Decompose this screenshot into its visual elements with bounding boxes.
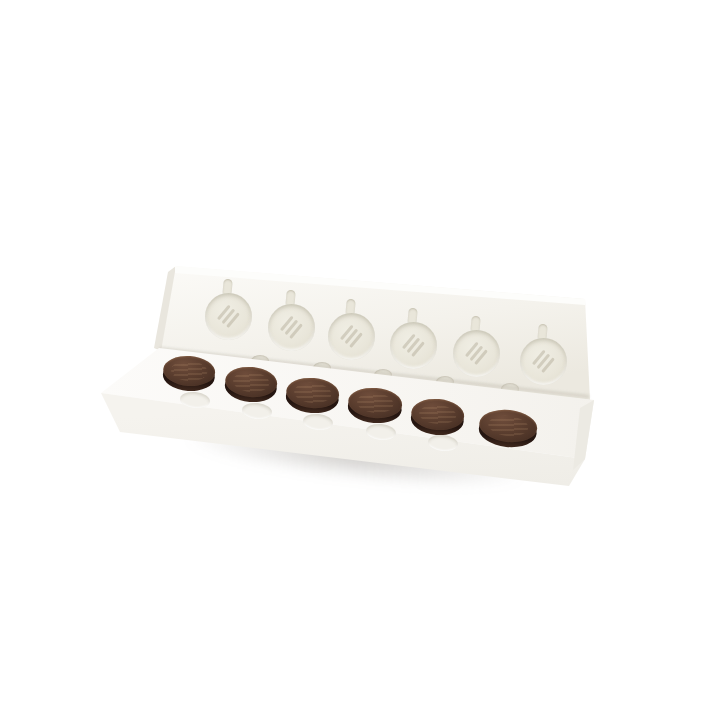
chocolate-coin — [477, 407, 539, 450]
coin-layer — [0, 0, 724, 724]
chocolate-coin — [224, 365, 279, 404]
coin-emboss — [488, 414, 529, 439]
coin-emboss — [171, 360, 208, 382]
chocolate-coin — [284, 376, 340, 415]
chocolate-coin — [409, 396, 465, 436]
chocolate-coin — [347, 386, 404, 426]
coin-emboss — [233, 371, 270, 393]
coin-emboss — [356, 392, 394, 414]
product-photo-stage — [0, 0, 724, 724]
chocolate-coin — [162, 354, 216, 393]
coin-emboss — [293, 382, 331, 404]
coin-emboss — [418, 403, 456, 426]
